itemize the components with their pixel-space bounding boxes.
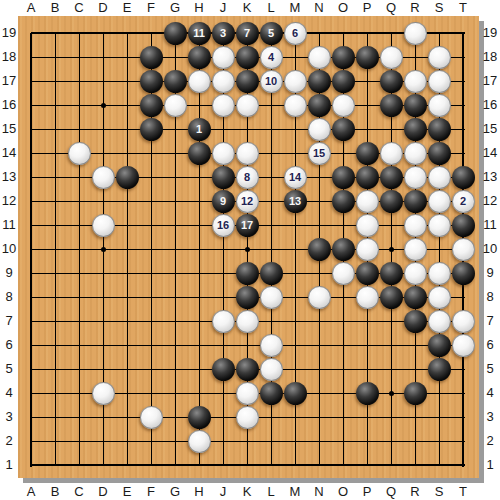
stone-white-T6 [452,334,475,357]
stone-black-Q9 [380,262,403,285]
row-label-left-13: 13 [0,169,19,185]
col-label-bottom-H: H [189,484,209,500]
move-number-7: 7 [244,28,250,39]
move-number-4: 4 [268,52,274,63]
col-label-bottom-L: L [261,484,281,500]
stone-black-O13 [332,166,355,189]
move-number-1: 1 [196,124,202,135]
stone-black-J12: 9 [212,190,235,213]
stone-white-L18: 4 [260,46,283,69]
stone-white-L6 [260,334,283,357]
move-number-13: 13 [289,196,301,207]
move-number-14: 14 [289,172,301,183]
row-label-left-19: 19 [0,25,19,41]
stone-white-S16 [428,94,451,117]
stone-white-P8 [356,286,379,309]
move-number-12: 12 [241,196,253,207]
stone-black-S6 [428,334,451,357]
stone-white-P10 [356,238,379,261]
stone-black-R15 [404,118,427,141]
stone-black-O17 [332,70,355,93]
stone-white-S17 [428,70,451,93]
stone-black-O10 [332,238,355,261]
stone-black-H19: 11 [188,22,211,45]
stone-white-M16 [284,94,307,117]
stone-white-L5 [260,358,283,381]
stone-white-P12 [356,190,379,213]
row-label-right-5: 5 [480,361,500,377]
row-label-left-15: 15 [0,121,19,137]
row-label-left-3: 3 [0,409,19,425]
grid-line-h-6 [31,345,465,346]
stone-black-F15 [140,118,163,141]
stone-black-K8 [236,286,259,309]
stone-white-L8 [260,286,283,309]
col-label-bottom-M: M [285,484,305,500]
stone-black-K17 [236,70,259,93]
stone-black-E13 [116,166,139,189]
col-label-top-R: R [405,0,425,16]
col-label-bottom-P: P [357,484,377,500]
stone-white-M19: 6 [284,22,307,45]
stone-white-T7 [452,310,475,333]
stone-white-N15 [308,118,331,141]
col-label-bottom-K: K [237,484,257,500]
col-label-top-L: L [261,0,281,16]
row-label-right-9: 9 [480,265,500,281]
stone-white-K16 [236,94,259,117]
col-label-top-H: H [189,0,209,16]
move-number-2: 2 [460,196,466,207]
stone-white-N14: 15 [308,142,331,165]
stone-white-S12 [428,190,451,213]
stone-black-P18 [356,46,379,69]
star-point-Q4 [389,391,394,396]
row-label-left-12: 12 [0,193,19,209]
stone-white-R10 [404,238,427,261]
stone-white-P11 [356,214,379,237]
col-label-top-E: E [117,0,137,16]
stone-white-H17 [188,70,211,93]
stone-white-S11 [428,214,451,237]
stone-white-J17 [212,70,235,93]
stone-black-K5 [236,358,259,381]
col-label-bottom-N: N [309,484,329,500]
row-label-right-14: 14 [480,145,500,161]
stone-white-C14 [68,142,91,165]
row-label-left-9: 9 [0,265,19,281]
stone-white-M13: 14 [284,166,307,189]
stone-white-K12: 12 [236,190,259,213]
stone-white-R11 [404,214,427,237]
stone-white-R17 [404,70,427,93]
stone-white-D11 [92,214,115,237]
stone-black-Q16 [380,94,403,117]
row-label-left-2: 2 [0,433,19,449]
stone-black-R8 [404,286,427,309]
row-label-right-7: 7 [480,313,500,329]
stone-black-R12 [404,190,427,213]
col-label-bottom-R: R [405,484,425,500]
row-label-left-17: 17 [0,73,19,89]
col-label-top-F: F [141,0,161,16]
stone-white-D13 [92,166,115,189]
star-point-K10 [245,247,250,252]
stone-black-O18 [332,46,355,69]
stone-white-N8 [308,286,331,309]
stone-black-F17 [140,70,163,93]
row-label-right-2: 2 [480,433,500,449]
stone-white-Q18 [380,46,403,69]
row-label-left-5: 5 [0,361,19,377]
col-label-bottom-A: A [21,484,41,500]
row-label-right-4: 4 [480,385,500,401]
col-label-bottom-S: S [429,484,449,500]
stone-black-R7 [404,310,427,333]
stone-white-J14 [212,142,235,165]
stone-white-T10 [452,238,475,261]
move-number-17: 17 [241,220,253,231]
col-label-top-N: N [309,0,329,16]
stone-black-K18 [236,46,259,69]
col-label-top-A: A [21,0,41,16]
col-label-top-Q: Q [381,0,401,16]
row-label-left-4: 4 [0,385,19,401]
col-label-bottom-E: E [117,484,137,500]
col-label-bottom-Q: Q [381,484,401,500]
move-number-6: 6 [292,28,298,39]
row-label-left-18: 18 [0,49,19,65]
stone-black-P9 [356,262,379,285]
stone-black-R16 [404,94,427,117]
stone-black-G17 [164,70,187,93]
grid-line-h-1 [31,464,465,466]
col-label-bottom-D: D [93,484,113,500]
move-number-15: 15 [313,148,325,159]
move-number-9: 9 [220,196,226,207]
stone-white-S18 [428,46,451,69]
stone-black-S14 [428,142,451,165]
row-label-left-8: 8 [0,289,19,305]
row-label-right-19: 19 [480,25,500,41]
stone-white-R13 [404,166,427,189]
move-number-16: 16 [217,220,229,231]
col-label-bottom-C: C [69,484,89,500]
move-number-3: 3 [220,28,226,39]
stone-white-T12: 2 [452,190,475,213]
stone-black-S15 [428,118,451,141]
stone-black-S5 [428,358,451,381]
row-label-right-11: 11 [480,217,500,233]
stone-white-S13 [428,166,451,189]
stone-white-J11: 16 [212,214,235,237]
stone-black-N17 [308,70,331,93]
stone-white-H2 [188,430,211,453]
row-label-right-3: 3 [480,409,500,425]
go-diagram: AABBCCDDEEFFGGHHJJKKLLMMNNOOPPQQRRSSTT19… [0,0,500,500]
stone-white-M17 [284,70,307,93]
stone-white-K13: 8 [236,166,259,189]
stone-black-K19: 7 [236,22,259,45]
col-label-bottom-O: O [333,484,353,500]
grid-line-h-15 [31,129,465,130]
stone-black-P13 [356,166,379,189]
row-label-right-16: 16 [480,97,500,113]
col-label-top-D: D [93,0,113,16]
row-label-left-1: 1 [0,457,19,473]
row-label-right-12: 12 [480,193,500,209]
grid-line-v-A [30,33,32,467]
stone-black-L9 [260,262,283,285]
stone-black-Q17 [380,70,403,93]
stone-white-K7 [236,310,259,333]
col-label-top-G: G [165,0,185,16]
star-point-Q10 [389,247,394,252]
stone-black-Q12 [380,190,403,213]
col-label-bottom-T: T [453,484,473,500]
stone-white-R19 [404,22,427,45]
move-number-10: 10 [265,76,277,87]
stone-black-M4 [284,382,307,405]
move-number-5: 5 [268,28,274,39]
stone-white-J16 [212,94,235,117]
col-label-bottom-B: B [45,484,65,500]
stone-white-O9 [332,262,355,285]
row-label-left-6: 6 [0,337,19,353]
stone-black-F16 [140,94,163,117]
stone-white-K3 [236,406,259,429]
stone-white-F3 [140,406,163,429]
stone-black-M12: 13 [284,190,307,213]
col-label-bottom-F: F [141,484,161,500]
row-label-right-6: 6 [480,337,500,353]
stone-white-R9 [404,262,427,285]
stone-black-J5 [212,358,235,381]
stone-black-J19: 3 [212,22,235,45]
stone-black-N10 [308,238,331,261]
stone-black-K9 [236,262,259,285]
col-label-top-M: M [285,0,305,16]
row-label-left-10: 10 [0,241,19,257]
row-label-right-10: 10 [480,241,500,257]
stone-black-L4 [260,382,283,405]
stone-black-H3 [188,406,211,429]
stone-black-K11: 17 [236,214,259,237]
col-label-top-C: C [69,0,89,16]
stone-white-S7 [428,310,451,333]
stone-black-Q8 [380,286,403,309]
row-label-right-17: 17 [480,73,500,89]
stone-white-K14 [236,142,259,165]
stone-white-J18 [212,46,235,69]
stone-white-Q14 [380,142,403,165]
stone-black-F18 [140,46,163,69]
stone-black-P4 [356,382,379,405]
stone-black-R4 [404,382,427,405]
row-label-left-7: 7 [0,313,19,329]
row-label-right-18: 18 [480,49,500,65]
stone-black-Q13 [380,166,403,189]
col-label-bottom-J: J [213,484,233,500]
stone-black-L19: 5 [260,22,283,45]
stone-black-O12 [332,190,355,213]
grid-line-h-2 [31,441,465,442]
row-label-left-14: 14 [0,145,19,161]
col-label-top-B: B [45,0,65,16]
col-label-top-P: P [357,0,377,16]
row-label-right-1: 1 [480,457,500,473]
stone-black-H18 [188,46,211,69]
star-point-D10 [101,247,106,252]
stone-white-S8 [428,286,451,309]
stone-black-O15 [332,118,355,141]
stone-white-J7 [212,310,235,333]
stone-white-L17: 10 [260,70,283,93]
row-label-left-11: 11 [0,217,19,233]
stone-white-N18 [308,46,331,69]
stone-black-J13 [212,166,235,189]
col-label-top-J: J [213,0,233,16]
stone-white-K4 [236,382,259,405]
stone-white-R14 [404,142,427,165]
stone-black-T11 [452,214,475,237]
stone-black-H14 [188,142,211,165]
star-point-D16 [101,103,106,108]
move-number-8: 8 [244,172,250,183]
row-label-left-16: 16 [0,97,19,113]
stone-white-G16 [164,94,187,117]
stone-black-T13 [452,166,475,189]
col-label-top-K: K [237,0,257,16]
row-label-right-8: 8 [480,289,500,305]
row-label-right-13: 13 [480,169,500,185]
col-label-top-O: O [333,0,353,16]
stone-black-P14 [356,142,379,165]
stone-black-N16 [308,94,331,117]
stone-black-G19 [164,22,187,45]
stone-white-S9 [428,262,451,285]
stone-black-H15: 1 [188,118,211,141]
move-number-11: 11 [193,28,205,39]
row-label-right-15: 15 [480,121,500,137]
col-label-top-S: S [429,0,449,16]
stone-white-D4 [92,382,115,405]
stone-black-T9 [452,262,475,285]
col-label-bottom-G: G [165,484,185,500]
col-label-top-T: T [453,0,473,16]
stone-white-O16 [332,94,355,117]
